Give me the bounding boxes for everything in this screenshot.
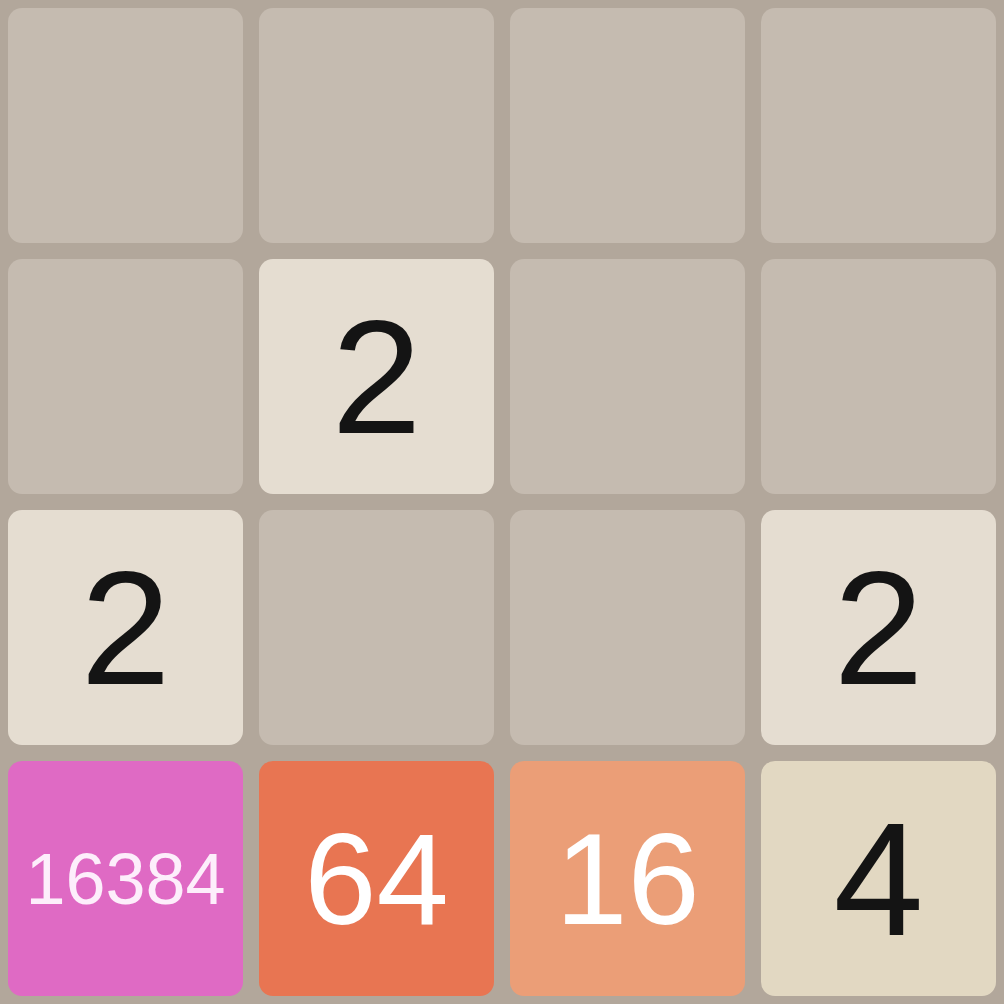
tile-2-r2c2: 2 <box>259 259 494 494</box>
empty-cell-r2c4 <box>761 259 996 494</box>
tile-16384-r4c1: 16384 <box>8 761 243 996</box>
tile-2-r3c4: 2 <box>761 510 996 745</box>
empty-cell-r3c2 <box>259 510 494 745</box>
empty-cell-r1c4 <box>761 8 996 243</box>
empty-cell-r1c2 <box>259 8 494 243</box>
tile-4-r4c4: 4 <box>761 761 996 996</box>
tile-2-r3c1: 2 <box>8 510 243 745</box>
2048-board[interactable]: 2221638464164 <box>0 0 1004 1004</box>
empty-cell-r1c1 <box>8 8 243 243</box>
empty-cell-r3c3 <box>510 510 745 745</box>
tile-64-r4c2: 64 <box>259 761 494 996</box>
empty-cell-r2c3 <box>510 259 745 494</box>
empty-cell-r2c1 <box>8 259 243 494</box>
tile-16-r4c3: 16 <box>510 761 745 996</box>
empty-cell-r1c3 <box>510 8 745 243</box>
